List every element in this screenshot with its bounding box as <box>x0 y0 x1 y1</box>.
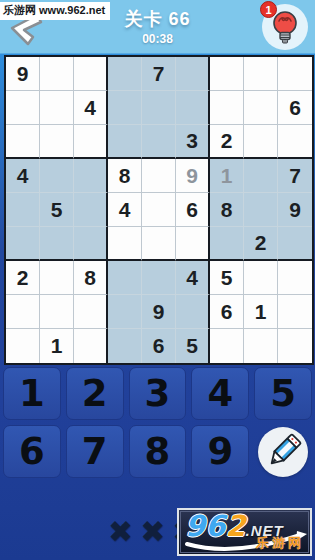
cell-r5c7[interactable]: 8 <box>210 193 244 227</box>
cell-r4c6[interactable]: 9 <box>176 159 210 193</box>
cell-r8c9[interactable] <box>278 295 312 329</box>
cell-r3c9[interactable] <box>278 125 312 159</box>
cell-r5c2[interactable]: 5 <box>40 193 74 227</box>
cell-r2c9[interactable]: 6 <box>278 91 312 125</box>
cell-r9c9[interactable] <box>278 329 312 363</box>
cell-r9c4[interactable] <box>108 329 142 363</box>
key-3[interactable]: 3 <box>129 367 187 420</box>
mistake-x-1: ✖ <box>108 514 133 550</box>
cell-r1c1[interactable]: 9 <box>6 57 40 91</box>
cell-r2c2[interactable] <box>40 91 74 125</box>
cell-r4c1[interactable]: 4 <box>6 159 40 193</box>
cell-r5c4[interactable]: 4 <box>108 193 142 227</box>
cell-r8c2[interactable] <box>40 295 74 329</box>
cell-r8c8[interactable]: 1 <box>244 295 278 329</box>
cell-r1c4[interactable] <box>108 57 142 91</box>
cell-r7c6[interactable]: 4 <box>176 261 210 295</box>
key-4[interactable]: 4 <box>191 367 249 420</box>
cell-r8c5[interactable]: 9 <box>142 295 176 329</box>
cell-r1c8[interactable] <box>244 57 278 91</box>
cell-r2c8[interactable] <box>244 91 278 125</box>
mistake-x-2: ✖ <box>140 514 165 550</box>
cell-r7c7[interactable]: 5 <box>210 261 244 295</box>
key-9[interactable]: 9 <box>191 425 249 478</box>
cell-r9c1[interactable] <box>6 329 40 363</box>
cell-r2c1[interactable] <box>6 91 40 125</box>
cell-r9c5[interactable]: 6 <box>142 329 176 363</box>
cell-r6c7[interactable] <box>210 227 244 261</box>
pencil-icon <box>263 432 303 472</box>
cell-r5c1[interactable] <box>6 193 40 227</box>
cell-r3c5[interactable] <box>142 125 176 159</box>
cell-r3c3[interactable] <box>74 125 108 159</box>
cell-r6c5[interactable] <box>142 227 176 261</box>
cell-r8c1[interactable] <box>6 295 40 329</box>
cell-r6c6[interactable] <box>176 227 210 261</box>
cell-r1c7[interactable] <box>210 57 244 91</box>
cell-r8c7[interactable]: 6 <box>210 295 244 329</box>
cell-r4c7[interactable]: 1 <box>210 159 244 193</box>
cell-r2c3[interactable]: 4 <box>74 91 108 125</box>
cell-r2c7[interactable] <box>210 91 244 125</box>
pencil-button[interactable] <box>254 425 312 478</box>
cell-r5c3[interactable] <box>74 193 108 227</box>
sudoku-board: 974632489175468922845961165 <box>4 55 314 365</box>
cell-r6c2[interactable] <box>40 227 74 261</box>
cell-r9c2[interactable]: 1 <box>40 329 74 363</box>
cell-r2c4[interactable] <box>108 91 142 125</box>
cell-r1c9[interactable] <box>278 57 312 91</box>
watermark-text: 乐游网 www.962.net <box>0 2 110 20</box>
hint-count-badge: 1 <box>260 1 277 18</box>
key-6[interactable]: 6 <box>3 425 61 478</box>
cell-r3c4[interactable] <box>108 125 142 159</box>
hint-button[interactable]: 1 <box>262 4 308 50</box>
cell-r2c5[interactable] <box>142 91 176 125</box>
cell-r4c3[interactable] <box>74 159 108 193</box>
key-2[interactable]: 2 <box>66 367 124 420</box>
cell-r4c5[interactable] <box>142 159 176 193</box>
cell-r9c6[interactable]: 5 <box>176 329 210 363</box>
cell-r7c9[interactable] <box>278 261 312 295</box>
cell-r5c8[interactable] <box>244 193 278 227</box>
cell-r9c3[interactable] <box>74 329 108 363</box>
cell-r4c2[interactable] <box>40 159 74 193</box>
cell-r6c1[interactable] <box>6 227 40 261</box>
key-7[interactable]: 7 <box>66 425 124 478</box>
key-1[interactable]: 1 <box>3 367 61 420</box>
cell-r7c1[interactable]: 2 <box>6 261 40 295</box>
cell-r7c2[interactable] <box>40 261 74 295</box>
cell-r6c3[interactable] <box>74 227 108 261</box>
logo-digit-9: 9 <box>185 509 205 543</box>
cell-r3c6[interactable]: 3 <box>176 125 210 159</box>
cell-r8c6[interactable] <box>176 295 210 329</box>
cell-r3c2[interactable] <box>40 125 74 159</box>
cell-r7c3[interactable]: 8 <box>74 261 108 295</box>
cell-r1c5[interactable]: 7 <box>142 57 176 91</box>
cell-r4c9[interactable]: 7 <box>278 159 312 193</box>
cell-r1c2[interactable] <box>40 57 74 91</box>
cell-r3c7[interactable]: 2 <box>210 125 244 159</box>
cell-r5c6[interactable]: 6 <box>176 193 210 227</box>
sudoku-app-screen: 乐游网 www.962.net 关卡 66 00:38 1 9746324891… <box>0 0 315 560</box>
cell-r7c4[interactable] <box>108 261 142 295</box>
logo-digit-2: 2 <box>225 509 245 543</box>
number-keypad: 123456789 <box>0 367 315 478</box>
cell-r6c4[interactable] <box>108 227 142 261</box>
cell-r6c8[interactable]: 2 <box>244 227 278 261</box>
cell-r9c7[interactable] <box>210 329 244 363</box>
cell-r7c5[interactable] <box>142 261 176 295</box>
cell-r4c4[interactable]: 8 <box>108 159 142 193</box>
pencil-circle <box>258 427 308 477</box>
cell-r3c1[interactable] <box>6 125 40 159</box>
cell-r3c8[interactable] <box>244 125 278 159</box>
logo-site-name: 乐游网 <box>256 534 304 552</box>
cell-r4c8[interactable] <box>244 159 278 193</box>
cell-r9c8[interactable] <box>244 329 278 363</box>
cell-r2c6[interactable] <box>176 91 210 125</box>
cell-r5c9[interactable]: 9 <box>278 193 312 227</box>
cell-r5c5[interactable] <box>142 193 176 227</box>
logo-digit-6: 6 <box>205 509 225 543</box>
key-8[interactable]: 8 <box>129 425 187 478</box>
cell-r6c9[interactable] <box>278 227 312 261</box>
cell-r7c8[interactable] <box>244 261 278 295</box>
cell-r1c3[interactable] <box>74 57 108 91</box>
cell-r8c4[interactable] <box>108 295 142 329</box>
cell-r1c6[interactable] <box>176 57 210 91</box>
key-5[interactable]: 5 <box>254 367 312 420</box>
cell-r8c3[interactable] <box>74 295 108 329</box>
site-logo: 962.NET 乐游网 <box>177 508 312 556</box>
